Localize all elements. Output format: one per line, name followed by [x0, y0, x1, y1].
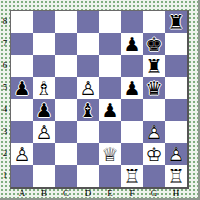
square-b6[interactable] [33, 55, 55, 77]
white-pawn[interactable]: ♟♙ [165, 143, 187, 165]
square-d3[interactable] [77, 121, 99, 143]
rank-label-7: 7 [0, 32, 10, 54]
chess-diagram: 87654321 ♜♟♚♜♟♝♗♟♙♟♛♟♝♟♟♙♟♙♟♙♛♕♚♔♟♙♜♖♜♖ … [0, 0, 200, 200]
square-e4[interactable]: ♟ [99, 99, 121, 121]
square-c1[interactable] [55, 165, 77, 187]
square-b7[interactable] [33, 33, 55, 55]
square-d6[interactable] [77, 55, 99, 77]
square-e5[interactable] [99, 77, 121, 99]
white-pawn[interactable]: ♟♙ [11, 143, 33, 165]
square-a1[interactable] [11, 165, 33, 187]
square-f5[interactable]: ♟ [121, 77, 143, 99]
square-g3[interactable]: ♟♙ [143, 121, 165, 143]
black-rook[interactable]: ♜ [165, 11, 187, 33]
square-h8[interactable]: ♜ [165, 11, 187, 33]
black-pawn[interactable]: ♟ [99, 99, 121, 121]
square-d1[interactable] [77, 165, 99, 187]
square-c2[interactable] [55, 143, 77, 165]
square-h5[interactable] [165, 77, 187, 99]
square-a8[interactable] [11, 11, 33, 33]
square-g4[interactable] [143, 99, 165, 121]
square-e8[interactable] [99, 11, 121, 33]
square-h2[interactable]: ♟♙ [165, 143, 187, 165]
rank-label-1: 1 [0, 164, 10, 186]
rank-label-4: 4 [0, 98, 10, 120]
square-e1[interactable] [99, 165, 121, 187]
square-b2[interactable] [33, 143, 55, 165]
rank-label-6: 6 [0, 54, 10, 76]
rank-labels: 87654321 [0, 10, 10, 186]
white-pawn[interactable]: ♟♙ [143, 121, 165, 143]
square-c4[interactable] [55, 99, 77, 121]
square-g5[interactable]: ♛ [143, 77, 165, 99]
square-a4[interactable] [11, 99, 33, 121]
square-b1[interactable] [33, 165, 55, 187]
black-rook[interactable]: ♜ [143, 55, 165, 77]
square-g6[interactable]: ♜ [143, 55, 165, 77]
square-g8[interactable] [143, 11, 165, 33]
square-f3[interactable] [121, 121, 143, 143]
rank-label-2: 2 [0, 142, 10, 164]
square-g7[interactable]: ♚ [143, 33, 165, 55]
square-c8[interactable] [55, 11, 77, 33]
frame-edge-right [198, 0, 200, 200]
white-rook[interactable]: ♜♖ [165, 165, 187, 187]
square-d2[interactable] [77, 143, 99, 165]
square-h1[interactable]: ♜♖ [165, 165, 187, 187]
black-bishop[interactable]: ♝ [77, 99, 99, 121]
square-c5[interactable] [55, 77, 77, 99]
black-queen[interactable]: ♛ [143, 77, 165, 99]
square-e2[interactable]: ♛♕ [99, 143, 121, 165]
square-a5[interactable]: ♟ [11, 77, 33, 99]
square-f1[interactable]: ♜♖ [121, 165, 143, 187]
square-c3[interactable] [55, 121, 77, 143]
white-queen[interactable]: ♛♕ [99, 143, 121, 165]
square-a7[interactable] [11, 33, 33, 55]
square-a6[interactable] [11, 55, 33, 77]
square-f8[interactable] [121, 11, 143, 33]
square-b5[interactable]: ♝♗ [33, 77, 55, 99]
square-d7[interactable] [77, 33, 99, 55]
black-king[interactable]: ♚ [143, 33, 165, 55]
square-f7[interactable]: ♟ [121, 33, 143, 55]
square-e7[interactable] [99, 33, 121, 55]
square-d4[interactable]: ♝ [77, 99, 99, 121]
black-pawn[interactable]: ♟ [33, 99, 55, 121]
square-e6[interactable] [99, 55, 121, 77]
chess-board: ♜♟♚♜♟♝♗♟♙♟♛♟♝♟♟♙♟♙♟♙♛♕♚♔♟♙♜♖♜♖ [10, 10, 189, 189]
square-g1[interactable] [143, 165, 165, 187]
square-e3[interactable] [99, 121, 121, 143]
white-pawn[interactable]: ♟♙ [33, 121, 55, 143]
square-d5[interactable]: ♟♙ [77, 77, 99, 99]
square-h7[interactable] [165, 33, 187, 55]
square-f2[interactable] [121, 143, 143, 165]
black-pawn[interactable]: ♟ [121, 33, 143, 55]
square-c6[interactable] [55, 55, 77, 77]
rank-label-5: 5 [0, 76, 10, 98]
square-b8[interactable] [33, 11, 55, 33]
square-f4[interactable] [121, 99, 143, 121]
square-b4[interactable]: ♟ [33, 99, 55, 121]
square-b3[interactable]: ♟♙ [33, 121, 55, 143]
square-h3[interactable] [165, 121, 187, 143]
rank-label-3: 3 [0, 120, 10, 142]
square-d8[interactable] [77, 11, 99, 33]
white-king[interactable]: ♚♔ [143, 143, 165, 165]
square-a3[interactable] [11, 121, 33, 143]
square-h6[interactable] [165, 55, 187, 77]
rank-label-8: 8 [0, 10, 10, 32]
frame-edge-bottom [0, 198, 200, 200]
white-bishop[interactable]: ♝♗ [33, 77, 55, 99]
black-pawn[interactable]: ♟ [11, 77, 33, 99]
square-f6[interactable] [121, 55, 143, 77]
square-a2[interactable]: ♟♙ [11, 143, 33, 165]
square-c7[interactable] [55, 33, 77, 55]
white-pawn[interactable]: ♟♙ [77, 77, 99, 99]
square-h4[interactable] [165, 99, 187, 121]
white-rook[interactable]: ♜♖ [121, 165, 143, 187]
black-pawn[interactable]: ♟ [121, 77, 143, 99]
square-g2[interactable]: ♚♔ [143, 143, 165, 165]
